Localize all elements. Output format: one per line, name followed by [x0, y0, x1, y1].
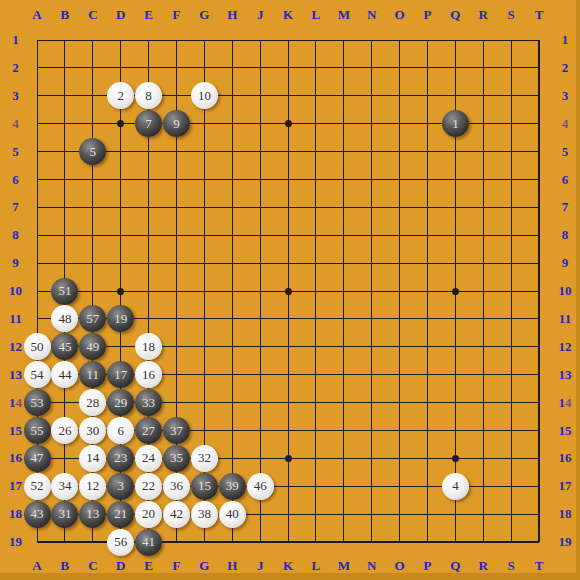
intersection-J15[interactable] [246, 417, 274, 445]
intersection-G9[interactable] [190, 249, 218, 277]
intersection-H18[interactable]: 40 [218, 500, 246, 528]
intersection-B7[interactable] [51, 193, 79, 221]
intersection-R3[interactable] [469, 82, 497, 110]
intersection-R15[interactable] [469, 417, 497, 445]
intersection-M15[interactable] [330, 417, 358, 445]
intersection-E19[interactable]: 41 [135, 528, 163, 556]
intersection-O2[interactable] [386, 54, 414, 82]
intersection-S3[interactable] [497, 82, 525, 110]
intersection-M19[interactable] [330, 528, 358, 556]
intersection-T7[interactable] [525, 193, 553, 221]
intersection-E15[interactable]: 27 [135, 417, 163, 445]
intersection-B10[interactable]: 51 [51, 277, 79, 305]
intersection-S11[interactable] [497, 305, 525, 333]
intersection-D13[interactable]: 17 [107, 361, 135, 389]
intersection-L5[interactable] [302, 138, 330, 166]
intersection-G4[interactable] [190, 110, 218, 138]
intersection-C8[interactable] [79, 221, 107, 249]
intersection-F2[interactable] [163, 54, 191, 82]
intersection-J1[interactable] [246, 26, 274, 54]
intersection-K19[interactable] [274, 528, 302, 556]
intersection-P2[interactable] [414, 54, 442, 82]
intersection-C12[interactable]: 49 [79, 333, 107, 361]
intersection-K6[interactable] [274, 166, 302, 194]
intersection-E17[interactable]: 22 [135, 472, 163, 500]
intersection-K7[interactable] [274, 193, 302, 221]
intersection-N5[interactable] [358, 138, 386, 166]
intersection-F12[interactable] [163, 333, 191, 361]
intersection-R13[interactable] [469, 361, 497, 389]
intersection-K18[interactable] [274, 500, 302, 528]
intersection-J11[interactable] [246, 305, 274, 333]
intersection-D8[interactable] [107, 221, 135, 249]
intersection-J10[interactable] [246, 277, 274, 305]
intersection-R5[interactable] [469, 138, 497, 166]
intersection-P19[interactable] [414, 528, 442, 556]
intersection-C17[interactable]: 12 [79, 472, 107, 500]
intersection-Q2[interactable] [441, 54, 469, 82]
intersection-S1[interactable] [497, 26, 525, 54]
intersection-P11[interactable] [414, 305, 442, 333]
intersection-H13[interactable] [218, 361, 246, 389]
intersection-N11[interactable] [358, 305, 386, 333]
intersection-J19[interactable] [246, 528, 274, 556]
intersection-K10[interactable] [274, 277, 302, 305]
intersection-S19[interactable] [497, 528, 525, 556]
intersection-J13[interactable] [246, 361, 274, 389]
intersection-O15[interactable] [386, 417, 414, 445]
intersection-J5[interactable] [246, 138, 274, 166]
intersection-H4[interactable] [218, 110, 246, 138]
intersection-L12[interactable] [302, 333, 330, 361]
intersection-R10[interactable] [469, 277, 497, 305]
intersection-G11[interactable] [190, 305, 218, 333]
intersection-B1[interactable] [51, 26, 79, 54]
intersection-H15[interactable] [218, 417, 246, 445]
intersection-N15[interactable] [358, 417, 386, 445]
intersection-K15[interactable] [274, 417, 302, 445]
intersection-P5[interactable] [414, 138, 442, 166]
intersection-L1[interactable] [302, 26, 330, 54]
intersection-L3[interactable] [302, 82, 330, 110]
intersection-B14[interactable] [51, 389, 79, 417]
intersection-F14[interactable] [163, 389, 191, 417]
intersection-C13[interactable]: 11 [79, 361, 107, 389]
intersection-T11[interactable] [525, 305, 553, 333]
intersection-L16[interactable] [302, 444, 330, 472]
intersection-J2[interactable] [246, 54, 274, 82]
intersection-G6[interactable] [190, 166, 218, 194]
intersection-H2[interactable] [218, 54, 246, 82]
intersection-G12[interactable] [190, 333, 218, 361]
intersection-O16[interactable] [386, 444, 414, 472]
intersection-L2[interactable] [302, 54, 330, 82]
intersection-C16[interactable]: 14 [79, 444, 107, 472]
intersection-D7[interactable] [107, 193, 135, 221]
intersection-C2[interactable] [79, 54, 107, 82]
intersection-Q5[interactable] [441, 138, 469, 166]
intersection-P15[interactable] [414, 417, 442, 445]
intersection-T15[interactable] [525, 417, 553, 445]
intersection-M1[interactable] [330, 26, 358, 54]
intersection-S5[interactable] [497, 138, 525, 166]
intersection-O6[interactable] [386, 166, 414, 194]
intersection-R12[interactable] [469, 333, 497, 361]
intersection-O5[interactable] [386, 138, 414, 166]
intersection-F5[interactable] [163, 138, 191, 166]
intersection-F3[interactable] [163, 82, 191, 110]
intersection-O9[interactable] [386, 249, 414, 277]
intersection-R11[interactable] [469, 305, 497, 333]
intersection-P3[interactable] [414, 82, 442, 110]
intersection-M6[interactable] [330, 166, 358, 194]
intersection-K3[interactable] [274, 82, 302, 110]
intersection-Q16[interactable] [441, 444, 469, 472]
intersection-M11[interactable] [330, 305, 358, 333]
intersection-M4[interactable] [330, 110, 358, 138]
intersection-L9[interactable] [302, 249, 330, 277]
intersection-T6[interactable] [525, 166, 553, 194]
intersection-P9[interactable] [414, 249, 442, 277]
intersection-F16[interactable]: 35 [163, 444, 191, 472]
intersection-L14[interactable] [302, 389, 330, 417]
intersection-O3[interactable] [386, 82, 414, 110]
intersection-B9[interactable] [51, 249, 79, 277]
intersection-B16[interactable] [51, 444, 79, 472]
intersection-J12[interactable] [246, 333, 274, 361]
intersection-E3[interactable]: 8 [135, 82, 163, 110]
intersection-N13[interactable] [358, 361, 386, 389]
intersection-O19[interactable] [386, 528, 414, 556]
intersection-D19[interactable]: 56 [107, 528, 135, 556]
intersection-T9[interactable] [525, 249, 553, 277]
intersection-O10[interactable] [386, 277, 414, 305]
intersection-F13[interactable] [163, 361, 191, 389]
intersection-C9[interactable] [79, 249, 107, 277]
intersection-B4[interactable] [51, 110, 79, 138]
intersection-T17[interactable] [525, 472, 553, 500]
intersection-O17[interactable] [386, 472, 414, 500]
intersection-E16[interactable]: 24 [135, 444, 163, 472]
intersection-L18[interactable] [302, 500, 330, 528]
intersection-O1[interactable] [386, 26, 414, 54]
intersection-F19[interactable] [163, 528, 191, 556]
intersection-J6[interactable] [246, 166, 274, 194]
intersection-T5[interactable] [525, 138, 553, 166]
intersection-G10[interactable] [190, 277, 218, 305]
intersection-E8[interactable] [135, 221, 163, 249]
intersection-L13[interactable] [302, 361, 330, 389]
intersection-S14[interactable] [497, 389, 525, 417]
intersection-P6[interactable] [414, 166, 442, 194]
intersection-J3[interactable] [246, 82, 274, 110]
intersection-K12[interactable] [274, 333, 302, 361]
intersection-O11[interactable] [386, 305, 414, 333]
intersection-N17[interactable] [358, 472, 386, 500]
intersection-F4[interactable]: 9 [163, 110, 191, 138]
intersection-Q14[interactable] [441, 389, 469, 417]
intersection-C5[interactable]: 5 [79, 138, 107, 166]
intersection-K5[interactable] [274, 138, 302, 166]
intersection-L19[interactable] [302, 528, 330, 556]
intersection-F6[interactable] [163, 166, 191, 194]
intersection-H14[interactable] [218, 389, 246, 417]
intersection-T10[interactable] [525, 277, 553, 305]
intersection-E12[interactable]: 18 [135, 333, 163, 361]
intersection-D3[interactable]: 2 [107, 82, 135, 110]
intersection-P10[interactable] [414, 277, 442, 305]
intersection-L4[interactable] [302, 110, 330, 138]
intersection-G18[interactable]: 38 [190, 500, 218, 528]
intersection-G8[interactable] [190, 221, 218, 249]
intersection-O14[interactable] [386, 389, 414, 417]
intersection-M2[interactable] [330, 54, 358, 82]
intersection-F15[interactable]: 37 [163, 417, 191, 445]
intersection-L11[interactable] [302, 305, 330, 333]
intersection-S9[interactable] [497, 249, 525, 277]
intersection-H9[interactable] [218, 249, 246, 277]
intersection-J7[interactable] [246, 193, 274, 221]
intersection-G13[interactable] [190, 361, 218, 389]
intersection-M18[interactable] [330, 500, 358, 528]
intersection-Q8[interactable] [441, 221, 469, 249]
intersection-M8[interactable] [330, 221, 358, 249]
intersection-E18[interactable]: 20 [135, 500, 163, 528]
intersection-P18[interactable] [414, 500, 442, 528]
intersection-O8[interactable] [386, 221, 414, 249]
intersection-B13[interactable]: 44 [51, 361, 79, 389]
intersection-Q9[interactable] [441, 249, 469, 277]
intersection-G17[interactable]: 15 [190, 472, 218, 500]
intersection-J18[interactable] [246, 500, 274, 528]
intersection-C4[interactable] [79, 110, 107, 138]
intersection-C1[interactable] [79, 26, 107, 54]
intersection-L17[interactable] [302, 472, 330, 500]
intersection-D5[interactable] [107, 138, 135, 166]
intersection-T18[interactable] [525, 500, 553, 528]
intersection-E10[interactable] [135, 277, 163, 305]
intersection-E11[interactable] [135, 305, 163, 333]
intersection-N16[interactable] [358, 444, 386, 472]
intersection-N18[interactable] [358, 500, 386, 528]
intersection-K11[interactable] [274, 305, 302, 333]
intersection-B19[interactable] [51, 528, 79, 556]
intersection-C6[interactable] [79, 166, 107, 194]
intersection-N3[interactable] [358, 82, 386, 110]
intersection-E2[interactable] [135, 54, 163, 82]
intersection-N7[interactable] [358, 193, 386, 221]
intersection-K17[interactable] [274, 472, 302, 500]
intersection-J17[interactable]: 46 [246, 472, 274, 500]
intersection-Q4[interactable]: 1 [441, 110, 469, 138]
intersection-M12[interactable] [330, 333, 358, 361]
intersection-B18[interactable]: 31 [51, 500, 79, 528]
intersection-G2[interactable] [190, 54, 218, 82]
intersection-P16[interactable] [414, 444, 442, 472]
intersection-F18[interactable]: 42 [163, 500, 191, 528]
intersection-H10[interactable] [218, 277, 246, 305]
intersection-E1[interactable] [135, 26, 163, 54]
intersection-D4[interactable] [107, 110, 135, 138]
intersection-L15[interactable] [302, 417, 330, 445]
intersection-K4[interactable] [274, 110, 302, 138]
intersection-K8[interactable] [274, 221, 302, 249]
intersection-S12[interactable] [497, 333, 525, 361]
intersection-J9[interactable] [246, 249, 274, 277]
intersection-H5[interactable] [218, 138, 246, 166]
intersection-F17[interactable]: 36 [163, 472, 191, 500]
intersection-H7[interactable] [218, 193, 246, 221]
intersection-E6[interactable] [135, 166, 163, 194]
intersection-S6[interactable] [497, 166, 525, 194]
intersection-M7[interactable] [330, 193, 358, 221]
intersection-R6[interactable] [469, 166, 497, 194]
intersection-K13[interactable] [274, 361, 302, 389]
intersection-S4[interactable] [497, 110, 525, 138]
intersection-T2[interactable] [525, 54, 553, 82]
intersection-D18[interactable]: 21 [107, 500, 135, 528]
intersection-T4[interactable] [525, 110, 553, 138]
intersection-K14[interactable] [274, 389, 302, 417]
intersection-F9[interactable] [163, 249, 191, 277]
intersection-Q18[interactable] [441, 500, 469, 528]
intersection-M17[interactable] [330, 472, 358, 500]
intersection-B12[interactable]: 45 [51, 333, 79, 361]
intersection-R4[interactable] [469, 110, 497, 138]
intersection-D17[interactable]: 3 [107, 472, 135, 500]
intersection-F7[interactable] [163, 193, 191, 221]
intersection-S10[interactable] [497, 277, 525, 305]
intersection-G7[interactable] [190, 193, 218, 221]
intersection-Q1[interactable] [441, 26, 469, 54]
intersection-O7[interactable] [386, 193, 414, 221]
intersection-Q12[interactable] [441, 333, 469, 361]
intersection-D10[interactable] [107, 277, 135, 305]
intersection-B5[interactable] [51, 138, 79, 166]
intersection-R18[interactable] [469, 500, 497, 528]
intersection-O18[interactable] [386, 500, 414, 528]
intersection-E14[interactable]: 33 [135, 389, 163, 417]
intersection-D11[interactable]: 19 [107, 305, 135, 333]
intersection-G19[interactable] [190, 528, 218, 556]
intersection-N19[interactable] [358, 528, 386, 556]
intersection-N9[interactable] [358, 249, 386, 277]
intersection-H12[interactable] [218, 333, 246, 361]
intersection-C7[interactable] [79, 193, 107, 221]
intersection-F11[interactable] [163, 305, 191, 333]
intersection-B8[interactable] [51, 221, 79, 249]
intersection-J16[interactable] [246, 444, 274, 472]
intersection-G3[interactable]: 10 [190, 82, 218, 110]
intersection-K1[interactable] [274, 26, 302, 54]
intersection-K16[interactable] [274, 444, 302, 472]
intersection-T3[interactable] [525, 82, 553, 110]
intersection-C19[interactable] [79, 528, 107, 556]
intersection-H16[interactable] [218, 444, 246, 472]
intersection-T12[interactable] [525, 333, 553, 361]
intersection-R8[interactable] [469, 221, 497, 249]
intersection-Q11[interactable] [441, 305, 469, 333]
intersection-J4[interactable] [246, 110, 274, 138]
intersection-M3[interactable] [330, 82, 358, 110]
intersection-S13[interactable] [497, 361, 525, 389]
intersection-C3[interactable] [79, 82, 107, 110]
intersection-G1[interactable] [190, 26, 218, 54]
intersection-Q7[interactable] [441, 193, 469, 221]
intersection-O4[interactable] [386, 110, 414, 138]
intersection-Q17[interactable]: 4 [441, 472, 469, 500]
intersection-E9[interactable] [135, 249, 163, 277]
intersection-E13[interactable]: 16 [135, 361, 163, 389]
intersection-R1[interactable] [469, 26, 497, 54]
intersection-K2[interactable] [274, 54, 302, 82]
intersection-N10[interactable] [358, 277, 386, 305]
intersection-R17[interactable] [469, 472, 497, 500]
intersection-Q10[interactable] [441, 277, 469, 305]
intersection-T19[interactable] [525, 528, 553, 556]
intersection-S18[interactable] [497, 500, 525, 528]
intersection-C18[interactable]: 13 [79, 500, 107, 528]
intersection-H3[interactable] [218, 82, 246, 110]
intersection-L8[interactable] [302, 221, 330, 249]
intersection-G5[interactable] [190, 138, 218, 166]
intersection-M5[interactable] [330, 138, 358, 166]
intersection-C14[interactable]: 28 [79, 389, 107, 417]
intersection-C10[interactable] [79, 277, 107, 305]
intersection-H11[interactable] [218, 305, 246, 333]
intersection-F1[interactable] [163, 26, 191, 54]
intersection-N2[interactable] [358, 54, 386, 82]
intersection-G14[interactable] [190, 389, 218, 417]
intersection-P1[interactable] [414, 26, 442, 54]
intersection-H17[interactable]: 39 [218, 472, 246, 500]
intersection-D16[interactable]: 23 [107, 444, 135, 472]
intersection-P8[interactable] [414, 221, 442, 249]
intersection-S15[interactable] [497, 417, 525, 445]
intersection-B15[interactable]: 26 [51, 417, 79, 445]
intersection-R7[interactable] [469, 193, 497, 221]
intersection-S8[interactable] [497, 221, 525, 249]
intersection-B3[interactable] [51, 82, 79, 110]
intersection-G16[interactable]: 32 [190, 444, 218, 472]
intersection-H6[interactable] [218, 166, 246, 194]
intersection-O12[interactable] [386, 333, 414, 361]
intersection-H1[interactable] [218, 26, 246, 54]
intersection-O13[interactable] [386, 361, 414, 389]
intersection-P13[interactable] [414, 361, 442, 389]
intersection-Q3[interactable] [441, 82, 469, 110]
intersection-B11[interactable]: 48 [51, 305, 79, 333]
intersection-L6[interactable] [302, 166, 330, 194]
intersection-D1[interactable] [107, 26, 135, 54]
intersection-S16[interactable] [497, 444, 525, 472]
intersection-R9[interactable] [469, 249, 497, 277]
intersection-R14[interactable] [469, 389, 497, 417]
intersection-D2[interactable] [107, 54, 135, 82]
intersection-E4[interactable]: 7 [135, 110, 163, 138]
intersection-T14[interactable] [525, 389, 553, 417]
intersection-H8[interactable] [218, 221, 246, 249]
intersection-C11[interactable]: 57 [79, 305, 107, 333]
intersection-Q13[interactable] [441, 361, 469, 389]
intersection-N1[interactable] [358, 26, 386, 54]
intersection-T16[interactable] [525, 444, 553, 472]
intersection-B2[interactable] [51, 54, 79, 82]
intersection-P17[interactable] [414, 472, 442, 500]
intersection-T8[interactable] [525, 221, 553, 249]
intersection-F8[interactable] [163, 221, 191, 249]
intersection-S2[interactable] [497, 54, 525, 82]
